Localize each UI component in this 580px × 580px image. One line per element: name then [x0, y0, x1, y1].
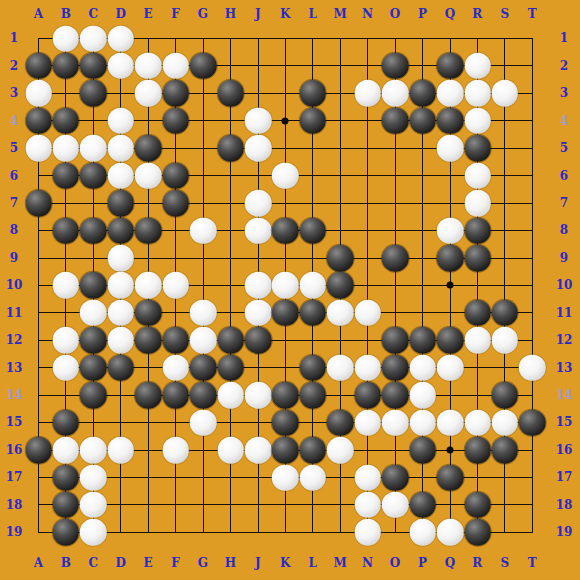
board-point-Q1[interactable]	[436, 25, 463, 52]
board-point-T18[interactable]	[519, 491, 546, 518]
board-point-G16[interactable]	[189, 436, 216, 463]
board-point-N5[interactable]	[354, 135, 381, 162]
board-point-K17[interactable]	[272, 464, 299, 491]
board-point-G14[interactable]	[189, 381, 216, 408]
board-point-E4[interactable]	[135, 107, 162, 134]
board-point-O1[interactable]	[381, 25, 408, 52]
board-point-H11[interactable]	[217, 299, 244, 326]
board-point-N17[interactable]	[354, 464, 381, 491]
board-point-J16[interactable]	[244, 436, 271, 463]
board-point-N10[interactable]	[354, 272, 381, 299]
board-point-J15[interactable]	[244, 409, 271, 436]
board-point-B12[interactable]	[52, 327, 79, 354]
board-point-S7[interactable]	[491, 189, 518, 216]
board-point-C1[interactable]	[80, 25, 107, 52]
board-point-E3[interactable]	[135, 80, 162, 107]
board-point-D18[interactable]	[107, 491, 134, 518]
board-point-A15[interactable]	[25, 409, 52, 436]
board-point-H9[interactable]	[217, 244, 244, 271]
board-point-R18[interactable]	[464, 491, 491, 518]
board-point-B10[interactable]	[52, 272, 79, 299]
board-point-P3[interactable]	[409, 80, 436, 107]
board-point-H18[interactable]	[217, 491, 244, 518]
board-point-T9[interactable]	[519, 244, 546, 271]
board-point-A16[interactable]	[25, 436, 52, 463]
board-point-Q6[interactable]	[436, 162, 463, 189]
board-point-O15[interactable]	[381, 409, 408, 436]
board-point-S10[interactable]	[491, 272, 518, 299]
board-point-N7[interactable]	[354, 189, 381, 216]
board-point-H5[interactable]	[217, 135, 244, 162]
board-point-P7[interactable]	[409, 189, 436, 216]
board-point-S17[interactable]	[491, 464, 518, 491]
board-point-E7[interactable]	[135, 189, 162, 216]
board-point-R2[interactable]	[464, 52, 491, 79]
board-point-G10[interactable]	[189, 272, 216, 299]
board-point-Q9[interactable]	[436, 244, 463, 271]
board-point-L13[interactable]	[299, 354, 326, 381]
board-point-B1[interactable]	[52, 25, 79, 52]
board-point-H2[interactable]	[217, 52, 244, 79]
board-point-O3[interactable]	[381, 80, 408, 107]
board-point-D15[interactable]	[107, 409, 134, 436]
board-point-P10[interactable]	[409, 272, 436, 299]
board-point-N18[interactable]	[354, 491, 381, 518]
board-point-O10[interactable]	[381, 272, 408, 299]
board-point-T4[interactable]	[519, 107, 546, 134]
board-point-M9[interactable]	[327, 244, 354, 271]
board-point-M7[interactable]	[327, 189, 354, 216]
board-point-O18[interactable]	[381, 491, 408, 518]
board-point-B14[interactable]	[52, 381, 79, 408]
board-point-H8[interactable]	[217, 217, 244, 244]
board-point-Q12[interactable]	[436, 327, 463, 354]
board-point-T2[interactable]	[519, 52, 546, 79]
board-point-P2[interactable]	[409, 52, 436, 79]
board-point-B9[interactable]	[52, 244, 79, 271]
board-point-R11[interactable]	[464, 299, 491, 326]
board-point-M15[interactable]	[327, 409, 354, 436]
board-point-A18[interactable]	[25, 491, 52, 518]
board-point-S15[interactable]	[491, 409, 518, 436]
board-point-P8[interactable]	[409, 217, 436, 244]
board-point-B4[interactable]	[52, 107, 79, 134]
board-point-F17[interactable]	[162, 464, 189, 491]
board-point-B7[interactable]	[52, 189, 79, 216]
board-point-K6[interactable]	[272, 162, 299, 189]
board-point-R17[interactable]	[464, 464, 491, 491]
board-point-R3[interactable]	[464, 80, 491, 107]
board-point-L7[interactable]	[299, 189, 326, 216]
board-point-M5[interactable]	[327, 135, 354, 162]
board-point-K15[interactable]	[272, 409, 299, 436]
board-point-B17[interactable]	[52, 464, 79, 491]
board-point-A19[interactable]	[25, 519, 52, 546]
board-point-D10[interactable]	[107, 272, 134, 299]
board-point-P17[interactable]	[409, 464, 436, 491]
board-point-L11[interactable]	[299, 299, 326, 326]
board-point-E8[interactable]	[135, 217, 162, 244]
board-point-Q10[interactable]	[436, 272, 463, 299]
board-point-F3[interactable]	[162, 80, 189, 107]
board-point-H15[interactable]	[217, 409, 244, 436]
board-point-L10[interactable]	[299, 272, 326, 299]
board-point-F12[interactable]	[162, 327, 189, 354]
board-point-R10[interactable]	[464, 272, 491, 299]
board-point-N1[interactable]	[354, 25, 381, 52]
board-point-O11[interactable]	[381, 299, 408, 326]
board-point-F11[interactable]	[162, 299, 189, 326]
board-point-R9[interactable]	[464, 244, 491, 271]
board-point-O5[interactable]	[381, 135, 408, 162]
board-point-M4[interactable]	[327, 107, 354, 134]
board-point-C9[interactable]	[80, 244, 107, 271]
board-point-D17[interactable]	[107, 464, 134, 491]
board-point-H4[interactable]	[217, 107, 244, 134]
board-point-K13[interactable]	[272, 354, 299, 381]
board-point-L6[interactable]	[299, 162, 326, 189]
board-point-R8[interactable]	[464, 217, 491, 244]
board-point-D4[interactable]	[107, 107, 134, 134]
board-point-H14[interactable]	[217, 381, 244, 408]
board-point-Q2[interactable]	[436, 52, 463, 79]
board-point-S8[interactable]	[491, 217, 518, 244]
board-point-Q3[interactable]	[436, 80, 463, 107]
board-point-J19[interactable]	[244, 519, 271, 546]
board-point-E13[interactable]	[135, 354, 162, 381]
board-point-K3[interactable]	[272, 80, 299, 107]
board-point-G7[interactable]	[189, 189, 216, 216]
board-point-P1[interactable]	[409, 25, 436, 52]
board-point-K8[interactable]	[272, 217, 299, 244]
board-point-E16[interactable]	[135, 436, 162, 463]
board-point-J11[interactable]	[244, 299, 271, 326]
board-point-E19[interactable]	[135, 519, 162, 546]
board-point-F19[interactable]	[162, 519, 189, 546]
board-point-L19[interactable]	[299, 519, 326, 546]
board-point-C15[interactable]	[80, 409, 107, 436]
board-point-P16[interactable]	[409, 436, 436, 463]
board-point-K2[interactable]	[272, 52, 299, 79]
board-point-P13[interactable]	[409, 354, 436, 381]
board-point-C11[interactable]	[80, 299, 107, 326]
board-point-C6[interactable]	[80, 162, 107, 189]
board-point-G4[interactable]	[189, 107, 216, 134]
board-point-K10[interactable]	[272, 272, 299, 299]
board-point-A7[interactable]	[25, 189, 52, 216]
board-point-B8[interactable]	[52, 217, 79, 244]
board-point-E2[interactable]	[135, 52, 162, 79]
board-point-O6[interactable]	[381, 162, 408, 189]
board-point-R13[interactable]	[464, 354, 491, 381]
board-point-J14[interactable]	[244, 381, 271, 408]
board-point-A12[interactable]	[25, 327, 52, 354]
board-point-A5[interactable]	[25, 135, 52, 162]
board-point-C14[interactable]	[80, 381, 107, 408]
board-point-J17[interactable]	[244, 464, 271, 491]
board-point-H16[interactable]	[217, 436, 244, 463]
board-point-S12[interactable]	[491, 327, 518, 354]
board-point-H6[interactable]	[217, 162, 244, 189]
board-point-M2[interactable]	[327, 52, 354, 79]
board-point-A17[interactable]	[25, 464, 52, 491]
board-point-S4[interactable]	[491, 107, 518, 134]
board-point-Q17[interactable]	[436, 464, 463, 491]
board-point-C4[interactable]	[80, 107, 107, 134]
board-point-N14[interactable]	[354, 381, 381, 408]
board-point-P11[interactable]	[409, 299, 436, 326]
board-point-D8[interactable]	[107, 217, 134, 244]
board-point-E1[interactable]	[135, 25, 162, 52]
board-point-N9[interactable]	[354, 244, 381, 271]
board-point-A4[interactable]	[25, 107, 52, 134]
board-point-Q7[interactable]	[436, 189, 463, 216]
board-point-P12[interactable]	[409, 327, 436, 354]
board-point-T16[interactable]	[519, 436, 546, 463]
board-point-D5[interactable]	[107, 135, 134, 162]
board-point-D11[interactable]	[107, 299, 134, 326]
board-point-C19[interactable]	[80, 519, 107, 546]
board-point-P4[interactable]	[409, 107, 436, 134]
board-point-M3[interactable]	[327, 80, 354, 107]
board-point-O12[interactable]	[381, 327, 408, 354]
board-point-M11[interactable]	[327, 299, 354, 326]
board-point-M19[interactable]	[327, 519, 354, 546]
board-point-O9[interactable]	[381, 244, 408, 271]
board-point-J1[interactable]	[244, 25, 271, 52]
board-point-O16[interactable]	[381, 436, 408, 463]
board-point-M13[interactable]	[327, 354, 354, 381]
board-point-T1[interactable]	[519, 25, 546, 52]
board-point-H19[interactable]	[217, 519, 244, 546]
board-point-D3[interactable]	[107, 80, 134, 107]
board-point-M8[interactable]	[327, 217, 354, 244]
board-point-K11[interactable]	[272, 299, 299, 326]
board-point-P9[interactable]	[409, 244, 436, 271]
board-point-G18[interactable]	[189, 491, 216, 518]
board-point-D2[interactable]	[107, 52, 134, 79]
board-point-C13[interactable]	[80, 354, 107, 381]
board-point-A1[interactable]	[25, 25, 52, 52]
board-point-R12[interactable]	[464, 327, 491, 354]
board-point-B13[interactable]	[52, 354, 79, 381]
board-point-M17[interactable]	[327, 464, 354, 491]
board-point-T19[interactable]	[519, 519, 546, 546]
board-point-E6[interactable]	[135, 162, 162, 189]
board-point-B15[interactable]	[52, 409, 79, 436]
board-point-M10[interactable]	[327, 272, 354, 299]
board-point-P6[interactable]	[409, 162, 436, 189]
board-point-C7[interactable]	[80, 189, 107, 216]
board-point-F5[interactable]	[162, 135, 189, 162]
board-point-C2[interactable]	[80, 52, 107, 79]
board-point-A3[interactable]	[25, 80, 52, 107]
board-point-Q14[interactable]	[436, 381, 463, 408]
board-point-R7[interactable]	[464, 189, 491, 216]
board-point-D13[interactable]	[107, 354, 134, 381]
board-point-K4[interactable]	[272, 107, 299, 134]
board-point-H7[interactable]	[217, 189, 244, 216]
board-point-J10[interactable]	[244, 272, 271, 299]
board-point-T12[interactable]	[519, 327, 546, 354]
board-point-B3[interactable]	[52, 80, 79, 107]
board-point-K14[interactable]	[272, 381, 299, 408]
board-point-N3[interactable]	[354, 80, 381, 107]
board-point-L14[interactable]	[299, 381, 326, 408]
board-point-G17[interactable]	[189, 464, 216, 491]
board-point-T17[interactable]	[519, 464, 546, 491]
board-point-R14[interactable]	[464, 381, 491, 408]
board-point-N16[interactable]	[354, 436, 381, 463]
board-point-L17[interactable]	[299, 464, 326, 491]
board-point-N13[interactable]	[354, 354, 381, 381]
board-point-F15[interactable]	[162, 409, 189, 436]
board-point-C12[interactable]	[80, 327, 107, 354]
board-point-L16[interactable]	[299, 436, 326, 463]
board-point-R19[interactable]	[464, 519, 491, 546]
board-point-P15[interactable]	[409, 409, 436, 436]
board-point-J2[interactable]	[244, 52, 271, 79]
board-point-G5[interactable]	[189, 135, 216, 162]
board-point-Q5[interactable]	[436, 135, 463, 162]
board-point-S3[interactable]	[491, 80, 518, 107]
board-point-R4[interactable]	[464, 107, 491, 134]
board-point-O8[interactable]	[381, 217, 408, 244]
board-point-D9[interactable]	[107, 244, 134, 271]
board-point-B2[interactable]	[52, 52, 79, 79]
board-point-R1[interactable]	[464, 25, 491, 52]
board-point-N19[interactable]	[354, 519, 381, 546]
board-point-N11[interactable]	[354, 299, 381, 326]
board-point-A8[interactable]	[25, 217, 52, 244]
board-point-F14[interactable]	[162, 381, 189, 408]
board-point-S2[interactable]	[491, 52, 518, 79]
board-point-G19[interactable]	[189, 519, 216, 546]
board-point-B5[interactable]	[52, 135, 79, 162]
board-point-J7[interactable]	[244, 189, 271, 216]
board-point-A14[interactable]	[25, 381, 52, 408]
board-point-Q16[interactable]	[436, 436, 463, 463]
board-point-N12[interactable]	[354, 327, 381, 354]
board-point-L4[interactable]	[299, 107, 326, 134]
board-point-T14[interactable]	[519, 381, 546, 408]
board-point-E17[interactable]	[135, 464, 162, 491]
board-point-B19[interactable]	[52, 519, 79, 546]
board-point-M6[interactable]	[327, 162, 354, 189]
board-point-G2[interactable]	[189, 52, 216, 79]
board-point-K12[interactable]	[272, 327, 299, 354]
board-point-T15[interactable]	[519, 409, 546, 436]
board-point-S5[interactable]	[491, 135, 518, 162]
board-point-R16[interactable]	[464, 436, 491, 463]
board-point-L15[interactable]	[299, 409, 326, 436]
board-point-S6[interactable]	[491, 162, 518, 189]
board-point-K19[interactable]	[272, 519, 299, 546]
board-point-M16[interactable]	[327, 436, 354, 463]
board-point-C18[interactable]	[80, 491, 107, 518]
board-point-L12[interactable]	[299, 327, 326, 354]
board-point-O17[interactable]	[381, 464, 408, 491]
board-point-E12[interactable]	[135, 327, 162, 354]
board-point-A9[interactable]	[25, 244, 52, 271]
board-point-N15[interactable]	[354, 409, 381, 436]
board-point-C3[interactable]	[80, 80, 107, 107]
board-point-D16[interactable]	[107, 436, 134, 463]
board-point-F8[interactable]	[162, 217, 189, 244]
board-point-P19[interactable]	[409, 519, 436, 546]
board-point-T11[interactable]	[519, 299, 546, 326]
board-point-O7[interactable]	[381, 189, 408, 216]
board-point-K7[interactable]	[272, 189, 299, 216]
board-point-T8[interactable]	[519, 217, 546, 244]
board-point-S18[interactable]	[491, 491, 518, 518]
board-point-J9[interactable]	[244, 244, 271, 271]
board-point-T7[interactable]	[519, 189, 546, 216]
board-point-R5[interactable]	[464, 135, 491, 162]
board-point-R15[interactable]	[464, 409, 491, 436]
board-point-Q13[interactable]	[436, 354, 463, 381]
board-point-S11[interactable]	[491, 299, 518, 326]
board-point-O14[interactable]	[381, 381, 408, 408]
board-point-J12[interactable]	[244, 327, 271, 354]
board-point-Q4[interactable]	[436, 107, 463, 134]
board-point-E11[interactable]	[135, 299, 162, 326]
board-point-E18[interactable]	[135, 491, 162, 518]
board-point-S13[interactable]	[491, 354, 518, 381]
board-point-F16[interactable]	[162, 436, 189, 463]
board-point-T5[interactable]	[519, 135, 546, 162]
board-point-G3[interactable]	[189, 80, 216, 107]
board-point-N8[interactable]	[354, 217, 381, 244]
board-point-G9[interactable]	[189, 244, 216, 271]
board-point-J4[interactable]	[244, 107, 271, 134]
board-point-N2[interactable]	[354, 52, 381, 79]
board-point-E9[interactable]	[135, 244, 162, 271]
board-point-E5[interactable]	[135, 135, 162, 162]
board-point-T10[interactable]	[519, 272, 546, 299]
board-point-G8[interactable]	[189, 217, 216, 244]
board-point-M12[interactable]	[327, 327, 354, 354]
board-point-G15[interactable]	[189, 409, 216, 436]
board-point-N6[interactable]	[354, 162, 381, 189]
board-point-S16[interactable]	[491, 436, 518, 463]
board-point-E14[interactable]	[135, 381, 162, 408]
board-point-J8[interactable]	[244, 217, 271, 244]
board-point-S14[interactable]	[491, 381, 518, 408]
board-point-G11[interactable]	[189, 299, 216, 326]
board-point-T13[interactable]	[519, 354, 546, 381]
board-point-C17[interactable]	[80, 464, 107, 491]
board-point-D7[interactable]	[107, 189, 134, 216]
board-point-C16[interactable]	[80, 436, 107, 463]
board-point-T6[interactable]	[519, 162, 546, 189]
board-point-C10[interactable]	[80, 272, 107, 299]
board-point-J18[interactable]	[244, 491, 271, 518]
board-point-B16[interactable]	[52, 436, 79, 463]
board-point-P18[interactable]	[409, 491, 436, 518]
board-point-J13[interactable]	[244, 354, 271, 381]
board-point-L5[interactable]	[299, 135, 326, 162]
board-point-P14[interactable]	[409, 381, 436, 408]
board-point-F10[interactable]	[162, 272, 189, 299]
board-point-D6[interactable]	[107, 162, 134, 189]
board-point-A10[interactable]	[25, 272, 52, 299]
board-point-H12[interactable]	[217, 327, 244, 354]
board-point-G12[interactable]	[189, 327, 216, 354]
board-point-G6[interactable]	[189, 162, 216, 189]
board-point-B6[interactable]	[52, 162, 79, 189]
board-point-A2[interactable]	[25, 52, 52, 79]
